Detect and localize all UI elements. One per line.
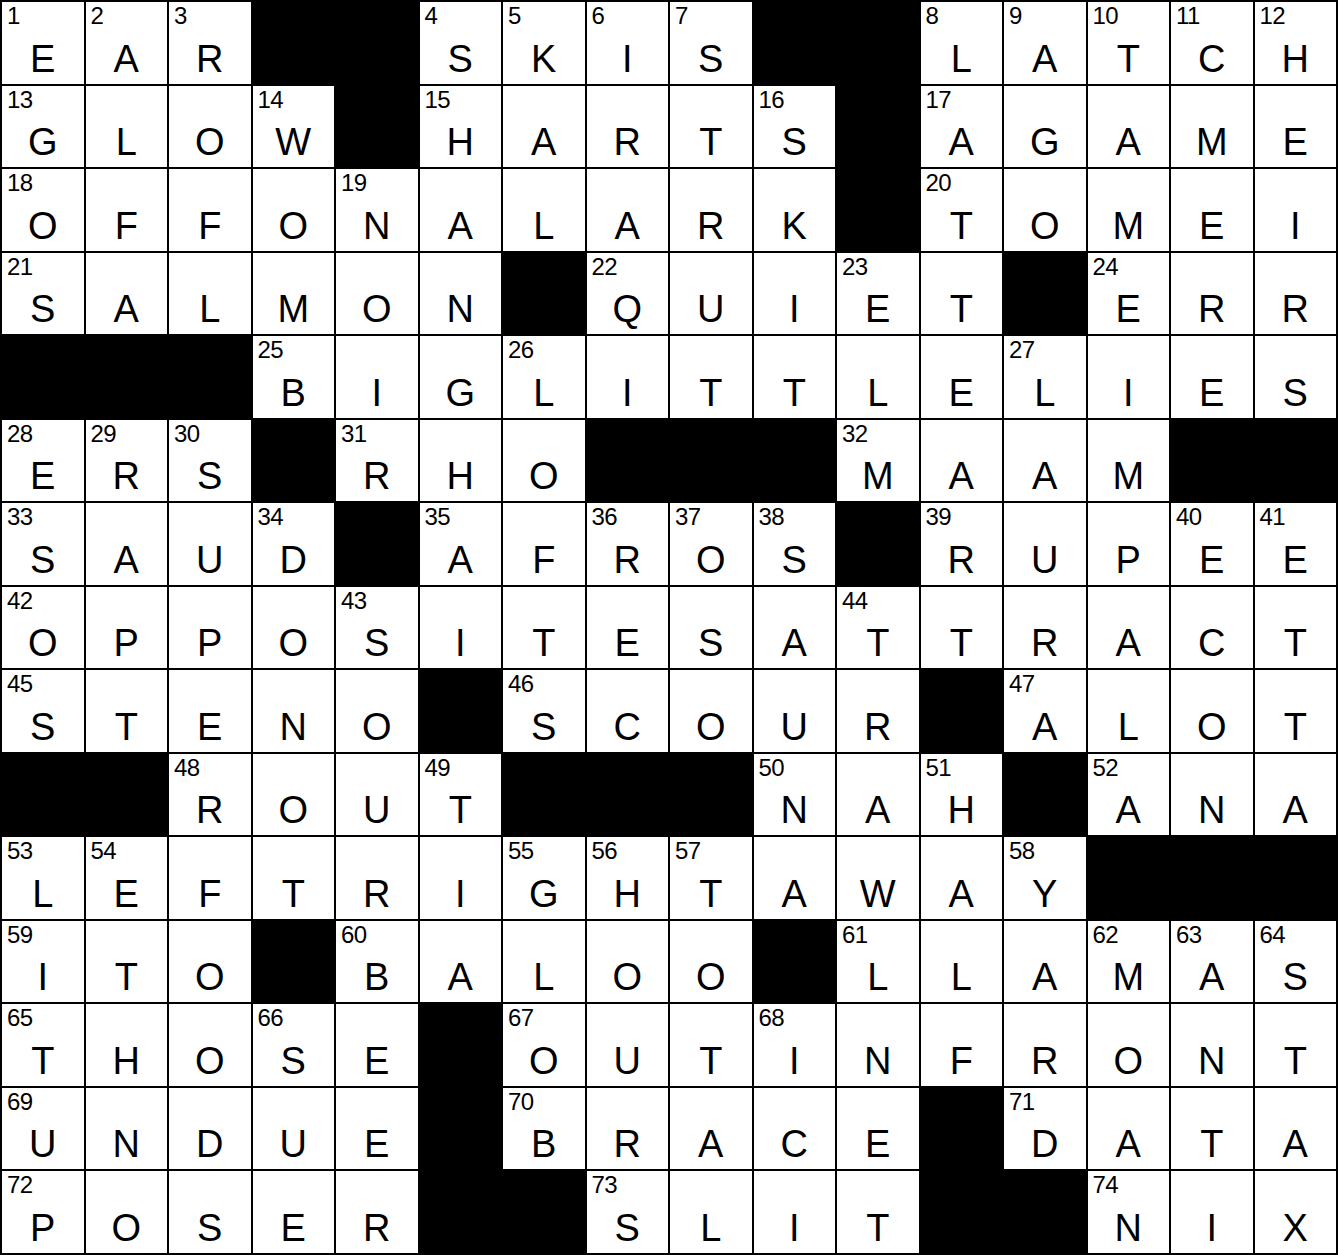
cell-r13c11[interactable]: N (837, 1004, 919, 1086)
cell-r15c8[interactable]: 73S (587, 1171, 669, 1253)
cell-r13c14[interactable]: O (1088, 1004, 1170, 1086)
cell-letter: I (1171, 1209, 1253, 1247)
cell-r14c5[interactable]: E (336, 1088, 418, 1170)
cell-letter: H (420, 457, 502, 495)
cell-r5c15[interactable]: E (1171, 336, 1253, 418)
block-r4c13 (1004, 253, 1086, 335)
cell-r10c12[interactable]: 51H (921, 754, 1003, 836)
cell-r2c10[interactable]: 16S (754, 86, 836, 168)
cell-letter: S (420, 40, 502, 78)
cell-r12c6[interactable]: A (420, 921, 502, 1003)
cell-r9c1[interactable]: 45S (2, 670, 84, 752)
clue-number-2: 2 (91, 4, 104, 28)
clue-number-26: 26 (508, 338, 534, 362)
cell-r15c3[interactable]: S (169, 1171, 251, 1253)
cell-r10c5[interactable]: U (336, 754, 418, 836)
clue-number-46: 46 (508, 672, 534, 696)
clue-number-56: 56 (592, 839, 618, 863)
cell-r12c2[interactable]: T (86, 921, 168, 1003)
cell-r9c13[interactable]: 47A (1004, 670, 1086, 752)
cell-r6c6[interactable]: H (420, 420, 502, 502)
cell-r3c4[interactable]: O (253, 169, 335, 251)
cell-letter: A (1004, 958, 1086, 996)
cell-r14c4[interactable]: U (253, 1088, 335, 1170)
cell-r9c9[interactable]: O (670, 670, 752, 752)
cell-r10c16[interactable]: A (1255, 754, 1337, 836)
cell-r14c3[interactable]: D (169, 1088, 251, 1170)
clue-number-16: 16 (759, 88, 785, 112)
cell-r15c9[interactable]: L (670, 1171, 752, 1253)
cell-r1c7[interactable]: 5K (503, 2, 585, 84)
cell-r11c1[interactable]: 53L (2, 837, 84, 919)
block-r3c11 (837, 169, 919, 251)
cell-letter: T (1088, 40, 1170, 78)
cell-letter: O (1171, 708, 1253, 746)
cell-r7c4[interactable]: 34D (253, 503, 335, 585)
cell-r5c12[interactable]: E (921, 336, 1003, 418)
cell-r12c8[interactable]: O (587, 921, 669, 1003)
cell-letter: W (253, 123, 335, 161)
cell-r14c10[interactable]: C (754, 1088, 836, 1170)
cell-r4c8[interactable]: 22Q (587, 253, 669, 335)
cell-r4c15[interactable]: R (1171, 253, 1253, 335)
block-r6c16 (1255, 420, 1337, 502)
cell-r4c3[interactable]: L (169, 253, 251, 335)
cell-r7c1[interactable]: 33S (2, 503, 84, 585)
cell-r10c14[interactable]: 52A (1088, 754, 1170, 836)
cell-r2c15[interactable]: M (1171, 86, 1253, 168)
cell-r2c8[interactable]: R (587, 86, 669, 168)
cell-r2c16[interactable]: E (1255, 86, 1337, 168)
cell-r11c8[interactable]: 56H (587, 837, 669, 919)
cell-r3c16[interactable]: I (1255, 169, 1337, 251)
cell-r8c15[interactable]: C (1171, 587, 1253, 669)
clue-number-51: 51 (926, 756, 952, 780)
cell-letter: F (169, 875, 251, 913)
cell-r7c6[interactable]: 35A (420, 503, 502, 585)
cell-r2c2[interactable]: L (86, 86, 168, 168)
cell-r6c5[interactable]: 31R (336, 420, 418, 502)
cell-r11c9[interactable]: 57T (670, 837, 752, 919)
cell-r15c15[interactable]: I (1171, 1171, 1253, 1253)
cell-r6c1[interactable]: 28E (2, 420, 84, 502)
cell-letter: R (336, 1209, 418, 1247)
cell-r9c14[interactable]: L (1088, 670, 1170, 752)
cell-r12c12[interactable]: L (921, 921, 1003, 1003)
cell-r3c6[interactable]: A (420, 169, 502, 251)
clue-number-74: 74 (1093, 1173, 1119, 1197)
cell-r5c11[interactable]: L (837, 336, 919, 418)
cell-letter: E (1255, 123, 1337, 161)
cell-r13c10[interactable]: 68I (754, 1004, 836, 1086)
clue-number-22: 22 (592, 255, 618, 279)
clue-number-65: 65 (7, 1006, 33, 1030)
cell-r13c1[interactable]: 65T (2, 1004, 84, 1086)
block-r10c13 (1004, 754, 1086, 836)
cell-letter: O (2, 207, 84, 245)
cell-r2c12[interactable]: 17A (921, 86, 1003, 168)
cell-r9c11[interactable]: R (837, 670, 919, 752)
cell-r12c9[interactable]: O (670, 921, 752, 1003)
cell-letter: I (587, 40, 669, 78)
cell-r11c11[interactable]: W (837, 837, 919, 919)
cell-letter: E (1171, 374, 1253, 412)
cell-r8c14[interactable]: A (1088, 587, 1170, 669)
cell-letter: C (1171, 624, 1253, 662)
cell-r10c4[interactable]: O (253, 754, 335, 836)
cell-r6c7[interactable]: O (503, 420, 585, 502)
cell-r8c7[interactable]: T (503, 587, 585, 669)
cell-r3c7[interactable]: L (503, 169, 585, 251)
cell-r14c7[interactable]: 70B (503, 1088, 585, 1170)
cell-r5c8[interactable]: I (587, 336, 669, 418)
cell-r6c12[interactable]: A (921, 420, 1003, 502)
cell-letter: O (2, 624, 84, 662)
cell-r15c10[interactable]: I (754, 1171, 836, 1253)
cell-r3c10[interactable]: K (754, 169, 836, 251)
clue-number-48: 48 (174, 756, 200, 780)
cell-r13c8[interactable]: U (587, 1004, 669, 1086)
cell-r13c4[interactable]: 66S (253, 1004, 335, 1086)
cell-r15c1[interactable]: 72P (2, 1171, 84, 1253)
cell-r3c12[interactable]: 20T (921, 169, 1003, 251)
cell-r3c13[interactable]: O (1004, 169, 1086, 251)
block-r9c12 (921, 670, 1003, 752)
cell-r1c14[interactable]: 10T (1088, 2, 1170, 84)
cell-r11c10[interactable]: A (754, 837, 836, 919)
cell-letter: N (420, 290, 502, 328)
cell-r7c7[interactable]: F (503, 503, 585, 585)
cell-letter: T (921, 290, 1003, 328)
cell-r2c6[interactable]: 15H (420, 86, 502, 168)
cell-r4c9[interactable]: U (670, 253, 752, 335)
cell-r4c6[interactable]: N (420, 253, 502, 335)
cell-letter: O (587, 958, 669, 996)
cell-r4c12[interactable]: T (921, 253, 1003, 335)
cell-r1c3[interactable]: 3R (169, 2, 251, 84)
cell-r9c16[interactable]: T (1255, 670, 1337, 752)
cell-r4c1[interactable]: 21S (2, 253, 84, 335)
cell-r12c1[interactable]: 59I (2, 921, 84, 1003)
cell-r4c5[interactable]: O (336, 253, 418, 335)
cell-r7c13[interactable]: U (1004, 503, 1086, 585)
cell-r7c14[interactable]: P (1088, 503, 1170, 585)
cell-r11c12[interactable]: A (921, 837, 1003, 919)
cell-r14c15[interactable]: T (1171, 1088, 1253, 1170)
cell-r14c1[interactable]: 69U (2, 1088, 84, 1170)
cell-r7c3[interactable]: U (169, 503, 251, 585)
cell-r15c11[interactable]: T (837, 1171, 919, 1253)
cell-letter: S (253, 1042, 335, 1080)
cell-r1c15[interactable]: 11C (1171, 2, 1253, 84)
cell-r13c7[interactable]: 67O (503, 1004, 585, 1086)
cell-r11c7[interactable]: 55G (503, 837, 585, 919)
cell-r2c4[interactable]: 14W (253, 86, 335, 168)
cell-r4c11[interactable]: 23E (837, 253, 919, 335)
cell-r1c16[interactable]: 12H (1255, 2, 1337, 84)
cell-r8c11[interactable]: 44T (837, 587, 919, 669)
cell-r12c15[interactable]: 63A (1171, 921, 1253, 1003)
cell-r15c4[interactable]: E (253, 1171, 335, 1253)
cell-r12c13[interactable]: A (1004, 921, 1086, 1003)
cell-r12c16[interactable]: 64S (1255, 921, 1337, 1003)
cell-letter: K (754, 207, 836, 245)
cell-letter: A (921, 123, 1003, 161)
cell-r12c3[interactable]: O (169, 921, 251, 1003)
cell-letter: R (169, 40, 251, 78)
cell-r9c7[interactable]: 46S (503, 670, 585, 752)
cell-r14c9[interactable]: A (670, 1088, 752, 1170)
cell-letter: T (420, 791, 502, 829)
cell-r3c3[interactable]: F (169, 169, 251, 251)
cell-r6c3[interactable]: 30S (169, 420, 251, 502)
cell-letter: S (336, 624, 418, 662)
cell-r3c5[interactable]: 19N (336, 169, 418, 251)
cell-letter: T (2, 1042, 84, 1080)
cell-r8c2[interactable]: P (86, 587, 168, 669)
cell-r6c13[interactable]: A (1004, 420, 1086, 502)
cell-r14c14[interactable]: A (1088, 1088, 1170, 1170)
block-r6c4 (253, 420, 335, 502)
clue-number-19: 19 (341, 171, 367, 195)
block-r13c6 (420, 1004, 502, 1086)
cell-r7c10[interactable]: 38S (754, 503, 836, 585)
cell-r6c11[interactable]: 32M (837, 420, 919, 502)
cell-r11c13[interactable]: 58Y (1004, 837, 1086, 919)
cell-r8c10[interactable]: A (754, 587, 836, 669)
cell-r3c9[interactable]: R (670, 169, 752, 251)
cell-r4c14[interactable]: 24E (1088, 253, 1170, 335)
cell-r13c13[interactable]: R (1004, 1004, 1086, 1086)
cell-r3c15[interactable]: E (1171, 169, 1253, 251)
cell-letter: T (921, 207, 1003, 245)
block-r7c5 (336, 503, 418, 585)
cell-letter: I (1255, 207, 1337, 245)
cell-r9c3[interactable]: E (169, 670, 251, 752)
cell-r2c14[interactable]: A (1088, 86, 1170, 168)
cell-letter: E (2, 457, 84, 495)
cell-r5c7[interactable]: 26L (503, 336, 585, 418)
cell-letter: D (1004, 1125, 1086, 1163)
cell-r2c1[interactable]: 13G (2, 86, 84, 168)
cell-r3c14[interactable]: M (1088, 169, 1170, 251)
block-r7c11 (837, 503, 919, 585)
cell-letter: N (837, 1042, 919, 1080)
cell-r5c6[interactable]: G (420, 336, 502, 418)
cell-r2c7[interactable]: A (503, 86, 585, 168)
cell-r11c6[interactable]: I (420, 837, 502, 919)
cell-letter: A (86, 541, 168, 579)
cell-r6c14[interactable]: M (1088, 420, 1170, 502)
cell-letter: L (503, 374, 585, 412)
cell-r7c2[interactable]: A (86, 503, 168, 585)
cell-letter: A (1004, 708, 1086, 746)
cell-r5c14[interactable]: I (1088, 336, 1170, 418)
cell-r4c10[interactable]: I (754, 253, 836, 335)
cell-r4c4[interactable]: M (253, 253, 335, 335)
cell-r13c2[interactable]: H (86, 1004, 168, 1086)
cell-r2c9[interactable]: T (670, 86, 752, 168)
cell-r9c8[interactable]: C (587, 670, 669, 752)
cell-r13c12[interactable]: F (921, 1004, 1003, 1086)
cell-r15c5[interactable]: R (336, 1171, 418, 1253)
cell-r8c8[interactable]: E (587, 587, 669, 669)
cell-r11c5[interactable]: R (336, 837, 418, 919)
cell-r14c8[interactable]: R (587, 1088, 669, 1170)
cell-r12c11[interactable]: 61L (837, 921, 919, 1003)
cell-letter: E (921, 374, 1003, 412)
block-r1c11 (837, 2, 919, 84)
cell-r8c1[interactable]: 42O (2, 587, 84, 669)
cell-letter: T (921, 624, 1003, 662)
cell-r5c16[interactable]: S (1255, 336, 1337, 418)
cell-r10c10[interactable]: 50N (754, 754, 836, 836)
cell-r1c6[interactable]: 4S (420, 2, 502, 84)
cell-r13c5[interactable]: E (336, 1004, 418, 1086)
cell-r14c11[interactable]: E (837, 1088, 919, 1170)
clue-number-21: 21 (7, 255, 33, 279)
cell-r10c3[interactable]: 48R (169, 754, 251, 836)
cell-r8c9[interactable]: S (670, 587, 752, 669)
cell-r3c2[interactable]: F (86, 169, 168, 251)
cell-r8c16[interactable]: T (1255, 587, 1337, 669)
cell-letter: L (1088, 708, 1170, 746)
cell-r5c13[interactable]: 27L (1004, 336, 1086, 418)
cell-letter: A (420, 958, 502, 996)
clue-number-69: 69 (7, 1090, 33, 1114)
cell-r8c12[interactable]: T (921, 587, 1003, 669)
cell-r7c15[interactable]: 40E (1171, 503, 1253, 585)
cell-r4c16[interactable]: R (1255, 253, 1337, 335)
cell-r3c8[interactable]: A (587, 169, 669, 251)
cell-r12c7[interactable]: L (503, 921, 585, 1003)
block-r10c7 (503, 754, 585, 836)
cell-r9c4[interactable]: N (253, 670, 335, 752)
cell-r13c15[interactable]: N (1171, 1004, 1253, 1086)
cell-r14c13[interactable]: 71D (1004, 1088, 1086, 1170)
block-r6c15 (1171, 420, 1253, 502)
cell-r5c4[interactable]: 25B (253, 336, 335, 418)
cell-r1c9[interactable]: 7S (670, 2, 752, 84)
cell-r7c16[interactable]: 41E (1255, 503, 1337, 585)
block-r5c3 (169, 336, 251, 418)
cell-r1c8[interactable]: 6I (587, 2, 669, 84)
cell-letter: A (754, 875, 836, 913)
cell-letter: E (2, 40, 84, 78)
cell-letter: L (169, 290, 251, 328)
cell-letter: O (336, 290, 418, 328)
cell-r15c14[interactable]: 74N (1088, 1171, 1170, 1253)
clue-number-62: 62 (1093, 923, 1119, 947)
cell-letter: Q (587, 290, 669, 328)
clue-number-29: 29 (91, 422, 117, 446)
cell-letter: I (754, 1042, 836, 1080)
cell-letter: A (1171, 958, 1253, 996)
clue-number-18: 18 (7, 171, 33, 195)
cell-letter: R (837, 708, 919, 746)
cell-r15c2[interactable]: O (86, 1171, 168, 1253)
clue-number-58: 58 (1009, 839, 1035, 863)
cell-letter: S (754, 541, 836, 579)
cell-r10c11[interactable]: A (837, 754, 919, 836)
cell-r1c13[interactable]: 9A (1004, 2, 1086, 84)
cell-r5c9[interactable]: T (670, 336, 752, 418)
block-r6c9 (670, 420, 752, 502)
cell-r14c2[interactable]: N (86, 1088, 168, 1170)
cell-r9c5[interactable]: O (336, 670, 418, 752)
clue-number-72: 72 (7, 1173, 33, 1197)
cell-letter: A (1088, 791, 1170, 829)
cell-r1c12[interactable]: 8L (921, 2, 1003, 84)
cell-r7c9[interactable]: 37O (670, 503, 752, 585)
cell-r11c4[interactable]: T (253, 837, 335, 919)
cell-r8c13[interactable]: R (1004, 587, 1086, 669)
cell-letter: L (86, 123, 168, 161)
cell-r12c14[interactable]: 62M (1088, 921, 1170, 1003)
cell-r5c10[interactable]: T (754, 336, 836, 418)
cell-letter: R (336, 875, 418, 913)
cell-letter: N (253, 708, 335, 746)
cell-r2c3[interactable]: O (169, 86, 251, 168)
cell-r14c16[interactable]: A (1255, 1088, 1337, 1170)
cell-r1c1[interactable]: 1E (2, 2, 84, 84)
block-r6c8 (587, 420, 669, 502)
cell-letter: L (503, 958, 585, 996)
cell-r13c3[interactable]: O (169, 1004, 251, 1086)
cell-r9c2[interactable]: T (86, 670, 168, 752)
cell-letter: A (1088, 624, 1170, 662)
cell-r8c3[interactable]: P (169, 587, 251, 669)
cell-r9c10[interactable]: U (754, 670, 836, 752)
cell-r15c16[interactable]: X (1255, 1171, 1337, 1253)
cell-letter: I (754, 1209, 836, 1247)
cell-letter: E (336, 1042, 418, 1080)
cell-r12c5[interactable]: 60B (336, 921, 418, 1003)
cell-letter: I (336, 374, 418, 412)
cell-r8c4[interactable]: O (253, 587, 335, 669)
cell-r1c2[interactable]: 2A (86, 2, 168, 84)
cell-letter: R (587, 541, 669, 579)
cell-r3c1[interactable]: 18O (2, 169, 84, 251)
cell-r4c2[interactable]: A (86, 253, 168, 335)
cell-r5c5[interactable]: I (336, 336, 418, 418)
cell-r7c12[interactable]: 39R (921, 503, 1003, 585)
cell-letter: R (336, 457, 418, 495)
cell-letter: A (1088, 123, 1170, 161)
clue-number-45: 45 (7, 672, 33, 696)
cell-r8c6[interactable]: I (420, 587, 502, 669)
cell-r11c3[interactable]: F (169, 837, 251, 919)
block-r1c5 (336, 2, 418, 84)
block-r14c12 (921, 1088, 1003, 1170)
cell-letter: A (670, 1125, 752, 1163)
cell-r13c16[interactable]: T (1255, 1004, 1337, 1086)
cell-r9c15[interactable]: O (1171, 670, 1253, 752)
cell-letter: E (336, 1125, 418, 1163)
cell-r10c15[interactable]: N (1171, 754, 1253, 836)
cell-r6c2[interactable]: 29R (86, 420, 168, 502)
cell-r13c9[interactable]: T (670, 1004, 752, 1086)
clue-number-11: 11 (1176, 4, 1200, 28)
cell-r10c6[interactable]: 49T (420, 754, 502, 836)
cell-r2c13[interactable]: G (1004, 86, 1086, 168)
cell-r11c2[interactable]: 54E (86, 837, 168, 919)
cell-r8c5[interactable]: 43S (336, 587, 418, 669)
cell-r7c8[interactable]: 36R (587, 503, 669, 585)
block-r5c2 (86, 336, 168, 418)
cell-letter: I (1088, 374, 1170, 412)
cell-letter: S (2, 290, 84, 328)
